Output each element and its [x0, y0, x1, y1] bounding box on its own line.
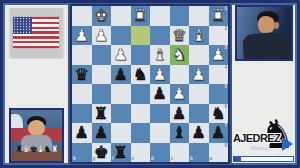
white-rook-piece: ♜	[133, 6, 148, 26]
square-g3[interactable]	[92, 45, 112, 65]
square-c6[interactable]: ♟	[170, 104, 190, 124]
square-d4[interactable]: ♟	[150, 65, 170, 85]
square-g2[interactable]: ♟	[92, 26, 112, 46]
square-f3[interactable]: ♟	[111, 45, 131, 65]
white-bishop-piece: ♝	[191, 26, 206, 46]
white-rook-piece: ♜	[211, 6, 226, 26]
square-f7[interactable]	[111, 123, 131, 143]
background: ♜♛♚♝♞♜ ♚♜♜1♟♟♛♝2♟♝♞♟3♛♟♞♟♟4♟♟5♜♟♞6♟♟♝♟♟7…	[3, 3, 297, 165]
square-b2[interactable]: ♝	[189, 26, 209, 46]
adult-player-photo	[235, 5, 293, 61]
square-h1[interactable]	[72, 6, 92, 26]
square-f5[interactable]	[111, 84, 131, 104]
black-rook-piece: ♜	[94, 104, 109, 124]
square-e7[interactable]	[131, 123, 151, 143]
square-a4[interactable]: 4	[209, 65, 229, 85]
square-e8[interactable]: e	[131, 143, 151, 163]
file-label: h	[73, 157, 76, 162]
player-suit	[242, 31, 292, 60]
logo-subtitle: México	[232, 145, 288, 151]
square-a3[interactable]: ♟3	[209, 45, 229, 65]
square-d1[interactable]	[150, 6, 170, 26]
square-f6[interactable]	[111, 104, 131, 124]
logo-title: AJEDREZ	[233, 132, 280, 144]
square-c4[interactable]	[170, 65, 190, 85]
square-c7[interactable]: ♝	[170, 123, 190, 143]
file-label: b	[190, 157, 193, 162]
player-ear	[274, 22, 279, 29]
square-e4[interactable]: ♞	[131, 65, 151, 85]
square-d2[interactable]	[150, 26, 170, 46]
square-b6[interactable]	[189, 104, 209, 124]
square-a7[interactable]: ♟7	[209, 123, 229, 143]
square-g8[interactable]: ♚g	[92, 143, 112, 163]
square-d6[interactable]	[150, 104, 170, 124]
square-b7[interactable]: ♟	[189, 123, 209, 143]
square-b5[interactable]	[189, 84, 209, 104]
square-e5[interactable]	[131, 84, 151, 104]
right-side-panel: ♞ AJEDREZ México	[232, 5, 295, 163]
square-e6[interactable]	[131, 104, 151, 124]
rank-label: 4	[224, 66, 227, 71]
progress-bar-fill	[234, 157, 241, 161]
white-pawn-piece: ♟	[94, 26, 109, 46]
file-label: d	[151, 157, 154, 162]
square-f1[interactable]	[111, 6, 131, 26]
rank-label: 7	[224, 124, 227, 129]
black-queen-piece: ♛	[74, 65, 89, 85]
ajedrez-logo: ♞ AJEDREZ México	[232, 113, 295, 155]
white-knight-piece: ♞	[172, 45, 187, 65]
white-king-piece: ♚	[94, 6, 109, 26]
square-b8[interactable]: b	[189, 143, 209, 163]
black-knight-piece: ♞	[211, 104, 226, 124]
square-h3[interactable]	[72, 45, 92, 65]
rank-label: 2	[224, 27, 227, 32]
black-pawn-piece: ♟	[211, 123, 226, 143]
square-b3[interactable]	[189, 45, 209, 65]
rank-label: 8	[224, 144, 227, 149]
left-side-panel: ♜♛♚♝♞♜	[5, 5, 68, 163]
square-h5[interactable]	[72, 84, 92, 104]
black-knight-piece: ♞	[133, 65, 148, 85]
square-f2[interactable]	[111, 26, 131, 46]
player-face	[258, 16, 275, 34]
white-pawn-piece: ♟	[113, 45, 128, 65]
rank-label: 5	[224, 85, 227, 90]
video-frame: ♜♛♚♝♞♜ ♚♜♜1♟♟♛♝2♟♝♞♟3♛♟♞♟♟4♟♟5♜♟♞6♟♟♝♟♟7…	[0, 0, 300, 168]
black-king-piece: ♚	[94, 143, 109, 163]
black-pawn-piece: ♟	[191, 123, 206, 143]
square-d7[interactable]	[150, 123, 170, 143]
white-bishop-piece: ♝	[152, 45, 167, 65]
square-h7[interactable]: ♟	[72, 123, 92, 143]
square-f8[interactable]: ♜f	[111, 143, 131, 163]
square-e2[interactable]	[131, 26, 151, 46]
us-flag-icon	[13, 17, 59, 48]
square-h8[interactable]: h	[72, 143, 92, 163]
file-label: a	[210, 157, 213, 162]
square-h2[interactable]: ♟	[72, 26, 92, 46]
black-bishop-piece: ♝	[172, 123, 187, 143]
young-player-photo: ♜♛♚♝♞♜	[9, 108, 64, 163]
square-g7[interactable]: ♟	[92, 123, 112, 143]
chess-board: ♚♜♜1♟♟♛♝2♟♝♞♟3♛♟♞♟♟4♟♟5♜♟♞6♟♟♝♟♟7h♚g♜fed…	[70, 4, 230, 164]
black-pawn-piece: ♟	[113, 65, 128, 85]
file-label: e	[132, 157, 135, 162]
square-h4[interactable]: ♛	[72, 65, 92, 85]
square-c1[interactable]	[170, 6, 190, 26]
black-pawn-piece: ♟	[74, 123, 89, 143]
square-e3[interactable]	[131, 45, 151, 65]
rank-label: 6	[224, 105, 227, 110]
black-pawn-piece: ♟	[94, 123, 109, 143]
square-b4[interactable]: ♟	[189, 65, 209, 85]
white-queen-piece: ♛	[172, 26, 187, 46]
white-pawn-piece: ♟	[152, 65, 167, 85]
square-g4[interactable]	[92, 65, 112, 85]
square-c2[interactable]: ♛	[170, 26, 190, 46]
black-pawn-piece: ♟	[172, 104, 187, 124]
file-label: f	[112, 157, 114, 162]
file-label: c	[171, 157, 174, 162]
square-g5[interactable]	[92, 84, 112, 104]
square-a6[interactable]: ♞6	[209, 104, 229, 124]
square-g6[interactable]: ♜	[92, 104, 112, 124]
square-g1[interactable]: ♚	[92, 6, 112, 26]
square-c5[interactable]: ♟	[170, 84, 190, 104]
square-c3[interactable]: ♞	[170, 45, 190, 65]
square-d3[interactable]: ♝	[150, 45, 170, 65]
square-d8[interactable]: d	[150, 143, 170, 163]
white-pawn-piece: ♟	[191, 65, 206, 85]
file-label: g	[93, 157, 96, 162]
square-a8[interactable]: 8a	[209, 143, 229, 163]
square-h6[interactable]	[72, 104, 92, 124]
square-a2[interactable]: 2	[209, 26, 229, 46]
square-d5[interactable]: ♟	[150, 84, 170, 104]
square-a5[interactable]: 5	[209, 84, 229, 104]
black-pawn-piece: ♟	[152, 84, 167, 104]
us-flag-canton	[13, 17, 32, 34]
square-c8[interactable]: c	[170, 143, 190, 163]
square-f4[interactable]: ♟	[111, 65, 131, 85]
square-e1[interactable]: ♜	[131, 6, 151, 26]
square-b1[interactable]	[189, 6, 209, 26]
chess-pieces-row: ♜♛♚♝♞♜	[11, 143, 62, 155]
progress-bar	[233, 156, 294, 162]
flag-panel	[10, 8, 63, 57]
square-a1[interactable]: ♜1	[209, 6, 229, 26]
white-pawn-piece: ♟	[74, 26, 89, 46]
player-face	[28, 120, 45, 136]
black-rook-piece: ♜	[113, 143, 128, 163]
rank-label: 1	[224, 7, 227, 12]
white-pawn-piece: ♟	[172, 84, 187, 104]
white-pawn-piece: ♟	[211, 45, 226, 65]
rank-label: 3	[224, 46, 227, 51]
